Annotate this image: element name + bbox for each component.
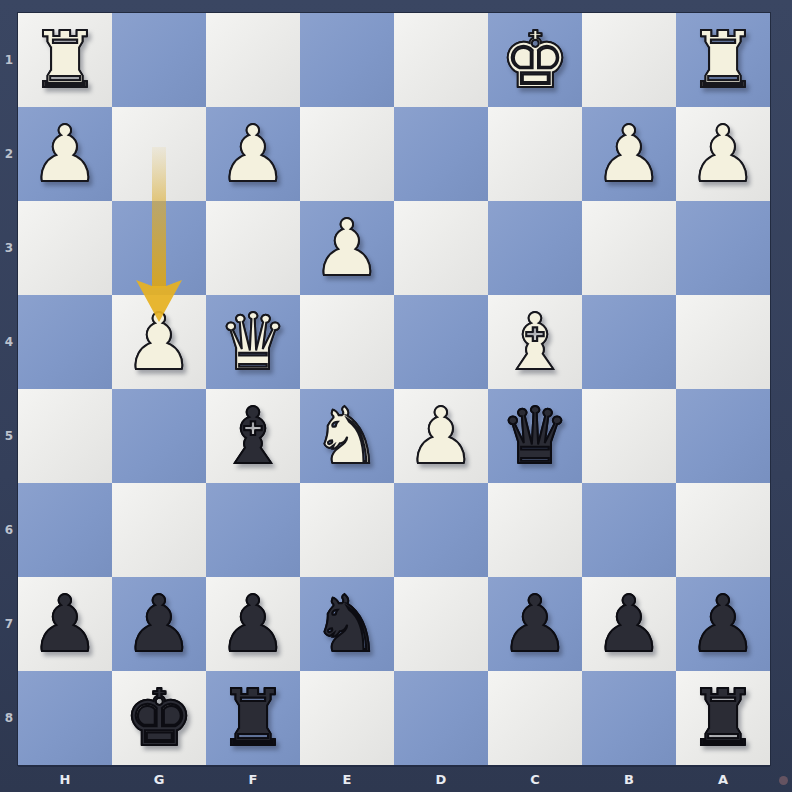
square-d3[interactable]	[394, 201, 488, 295]
square-d2[interactable]	[394, 107, 488, 201]
square-d4[interactable]	[394, 295, 488, 389]
rank-label-8: 8	[0, 671, 18, 765]
square-g1[interactable]	[112, 13, 206, 107]
square-g6[interactable]	[112, 483, 206, 577]
square-h3[interactable]	[18, 201, 112, 295]
piece-white-p-h2: ♟	[30, 107, 100, 201]
square-c5[interactable]: ♛	[488, 389, 582, 483]
square-c2[interactable]	[488, 107, 582, 201]
square-f3[interactable]	[206, 201, 300, 295]
file-label-f: F	[206, 767, 300, 792]
square-a4[interactable]	[676, 295, 770, 389]
piece-black-b-f5: ♝	[218, 389, 288, 483]
rank-label-2: 2	[0, 107, 18, 201]
rank-label-7: 7	[0, 577, 18, 671]
square-a5[interactable]	[676, 389, 770, 483]
piece-black-n-e7: ♞	[312, 577, 382, 671]
rank-labels: 12345678	[0, 13, 18, 765]
square-d7[interactable]	[394, 577, 488, 671]
square-c8[interactable]	[488, 671, 582, 765]
file-label-e: E	[300, 767, 394, 792]
rank-label-5: 5	[0, 389, 18, 483]
square-b4[interactable]	[582, 295, 676, 389]
square-b1[interactable]	[582, 13, 676, 107]
square-e8[interactable]	[300, 671, 394, 765]
square-b5[interactable]	[582, 389, 676, 483]
square-g2[interactable]	[112, 107, 206, 201]
rank-label-6: 6	[0, 483, 18, 577]
square-c4[interactable]: ♝	[488, 295, 582, 389]
piece-white-p-a2: ♟	[688, 107, 758, 201]
square-d5[interactable]: ♟	[394, 389, 488, 483]
square-f6[interactable]	[206, 483, 300, 577]
square-a2[interactable]: ♟	[676, 107, 770, 201]
piece-black-p-a7: ♟	[688, 577, 758, 671]
square-e5[interactable]: ♞	[300, 389, 394, 483]
piece-white-p-b2: ♟	[594, 107, 664, 201]
piece-black-q-c5: ♛	[500, 389, 570, 483]
piece-black-r-f8: ♜	[218, 671, 288, 765]
square-g5[interactable]	[112, 389, 206, 483]
square-b3[interactable]	[582, 201, 676, 295]
piece-white-r-h1: ♜	[30, 13, 100, 107]
square-c3[interactable]	[488, 201, 582, 295]
square-d6[interactable]	[394, 483, 488, 577]
square-e3[interactable]: ♟	[300, 201, 394, 295]
square-e4[interactable]	[300, 295, 394, 389]
piece-black-p-h7: ♟	[30, 577, 100, 671]
file-label-c: C	[488, 767, 582, 792]
chessboard-frame: 12345678 ♜♚♜♟♟♟♟♟♟♛♝♝♞♟♛♟♟♟♞♟♟♟♚♜♜ HGFED…	[0, 0, 792, 792]
square-h2[interactable]: ♟	[18, 107, 112, 201]
square-c7[interactable]: ♟	[488, 577, 582, 671]
square-b6[interactable]	[582, 483, 676, 577]
square-f2[interactable]: ♟	[206, 107, 300, 201]
square-b8[interactable]	[582, 671, 676, 765]
file-label-d: D	[394, 767, 488, 792]
file-label-g: G	[112, 767, 206, 792]
piece-white-p-f2: ♟	[218, 107, 288, 201]
square-g4[interactable]: ♟	[112, 295, 206, 389]
file-label-h: H	[18, 767, 112, 792]
square-a7[interactable]: ♟	[676, 577, 770, 671]
piece-white-p-d5: ♟	[406, 389, 476, 483]
square-h4[interactable]	[18, 295, 112, 389]
square-f4[interactable]: ♛	[206, 295, 300, 389]
rank-label-4: 4	[0, 295, 18, 389]
square-a8[interactable]: ♜	[676, 671, 770, 765]
square-h1[interactable]: ♜	[18, 13, 112, 107]
square-b7[interactable]: ♟	[582, 577, 676, 671]
piece-white-n-e5: ♞	[312, 389, 382, 483]
square-d8[interactable]	[394, 671, 488, 765]
square-c6[interactable]	[488, 483, 582, 577]
square-e7[interactable]: ♞	[300, 577, 394, 671]
piece-white-q-f4: ♛	[218, 295, 288, 389]
piece-black-r-a8: ♜	[688, 671, 758, 765]
file-label-b: B	[582, 767, 676, 792]
square-f8[interactable]: ♜	[206, 671, 300, 765]
rank-label-3: 3	[0, 201, 18, 295]
square-a3[interactable]	[676, 201, 770, 295]
piece-white-b-c4: ♝	[500, 295, 570, 389]
piece-white-p-g4: ♟	[124, 295, 194, 389]
square-a6[interactable]	[676, 483, 770, 577]
piece-black-p-b7: ♟	[594, 577, 664, 671]
corner-logo-dot	[779, 776, 788, 785]
square-c1[interactable]: ♚	[488, 13, 582, 107]
file-labels: HGFEDCBA	[18, 765, 770, 792]
rank-label-1: 1	[0, 13, 18, 107]
square-e2[interactable]	[300, 107, 394, 201]
piece-white-r-a1: ♜	[688, 13, 758, 107]
square-f1[interactable]	[206, 13, 300, 107]
piece-black-p-g7: ♟	[124, 577, 194, 671]
square-b2[interactable]: ♟	[582, 107, 676, 201]
piece-black-k-g8: ♚	[124, 671, 194, 765]
piece-black-p-c7: ♟	[500, 577, 570, 671]
square-e6[interactable]	[300, 483, 394, 577]
square-g3[interactable]	[112, 201, 206, 295]
square-g7[interactable]: ♟	[112, 577, 206, 671]
square-h5[interactable]	[18, 389, 112, 483]
piece-black-p-f7: ♟	[218, 577, 288, 671]
square-h6[interactable]	[18, 483, 112, 577]
square-f7[interactable]: ♟	[206, 577, 300, 671]
square-a1[interactable]: ♜	[676, 13, 770, 107]
piece-white-k-c1: ♚	[500, 13, 570, 107]
piece-white-p-e3: ♟	[312, 201, 382, 295]
chess-board: ♜♚♜♟♟♟♟♟♟♛♝♝♞♟♛♟♟♟♞♟♟♟♚♜♜	[18, 13, 770, 765]
square-f5[interactable]: ♝	[206, 389, 300, 483]
file-label-a: A	[676, 767, 770, 792]
square-d1[interactable]	[394, 13, 488, 107]
square-e1[interactable]	[300, 13, 394, 107]
square-h7[interactable]: ♟	[18, 577, 112, 671]
square-h8[interactable]	[18, 671, 112, 765]
square-g8[interactable]: ♚	[112, 671, 206, 765]
